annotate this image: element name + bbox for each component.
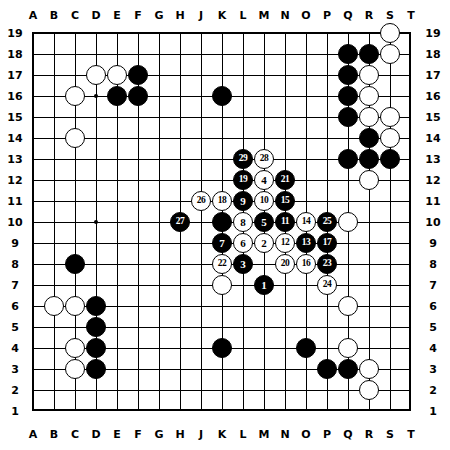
stone-white-Q10[interactable] <box>338 212 358 232</box>
stone-black-Q18[interactable] <box>338 44 358 64</box>
coord-label-right-11: 11 <box>425 195 440 208</box>
stone-black-E16[interactable] <box>107 86 127 106</box>
move-number: 26 <box>197 196 206 206</box>
coord-label-top-G: G <box>154 9 163 22</box>
stone-black-M10[interactable]: 5 <box>254 212 274 232</box>
coord-label-right-8: 8 <box>429 258 437 271</box>
stone-black-P8[interactable]: 23 <box>317 254 337 274</box>
stone-white-R17[interactable] <box>359 65 379 85</box>
move-number: 28 <box>260 154 269 164</box>
stone-black-R14[interactable] <box>359 128 379 148</box>
move-number: 5 <box>261 217 267 228</box>
coord-label-bottom-L: L <box>239 428 246 441</box>
coord-label-bottom-O: O <box>301 428 310 441</box>
stone-white-R3[interactable] <box>359 359 379 379</box>
coord-label-right-1: 1 <box>429 405 437 418</box>
coord-label-right-14: 14 <box>425 132 440 145</box>
star-point-D10 <box>94 220 98 224</box>
move-number: 21 <box>281 175 290 185</box>
coord-label-top-F: F <box>134 9 142 22</box>
move-number: 13 <box>302 238 311 248</box>
coord-label-bottom-Q: Q <box>343 428 352 441</box>
stone-white-S18[interactable] <box>380 44 400 64</box>
coord-label-bottom-G: G <box>154 428 163 441</box>
stone-white-C4[interactable] <box>65 338 85 358</box>
stone-white-N9[interactable]: 12 <box>275 233 295 253</box>
coord-label-top-R: R <box>365 9 373 22</box>
coord-label-bottom-P: P <box>323 428 331 441</box>
stone-white-C3[interactable] <box>65 359 85 379</box>
stone-white-B6[interactable] <box>44 296 64 316</box>
stone-black-P3[interactable] <box>317 359 337 379</box>
stone-black-O9[interactable]: 13 <box>296 233 316 253</box>
stone-black-R13[interactable] <box>359 149 379 169</box>
coord-label-right-9: 9 <box>429 237 437 250</box>
stone-white-Q4[interactable] <box>338 338 358 358</box>
stone-white-M11[interactable]: 10 <box>254 191 274 211</box>
coord-label-bottom-M: M <box>259 428 270 441</box>
coord-label-bottom-B: B <box>50 428 58 441</box>
coord-label-left-14: 14 <box>7 132 22 145</box>
coord-label-top-Q: Q <box>343 9 352 22</box>
coord-label-left-15: 15 <box>7 111 22 124</box>
move-number: 22 <box>218 259 227 269</box>
coord-label-left-2: 2 <box>11 384 19 397</box>
stone-black-F16[interactable] <box>128 86 148 106</box>
stone-black-P9[interactable]: 17 <box>317 233 337 253</box>
move-number: 2 <box>261 238 267 249</box>
coord-label-right-7: 7 <box>429 279 437 292</box>
coord-label-left-6: 6 <box>11 300 19 313</box>
coord-label-top-C: C <box>71 9 79 22</box>
stone-black-D4[interactable] <box>86 338 106 358</box>
stone-white-O8[interactable]: 16 <box>296 254 316 274</box>
stone-white-L10[interactable]: 8 <box>233 212 253 232</box>
coord-label-left-19: 19 <box>7 27 22 40</box>
coord-label-top-E: E <box>113 9 121 22</box>
stone-white-O10[interactable]: 14 <box>296 212 316 232</box>
coord-label-right-10: 10 <box>425 216 440 229</box>
stone-black-Q16[interactable] <box>338 86 358 106</box>
coord-label-left-11: 11 <box>7 195 22 208</box>
board-intersections[interactable]: 1234567891011121314151617181920212223242… <box>23 23 422 422</box>
coord-label-left-9: 9 <box>11 237 19 250</box>
coord-label-left-8: 8 <box>11 258 19 271</box>
move-number: 6 <box>240 238 246 249</box>
coord-label-top-O: O <box>301 9 310 22</box>
coord-label-top-L: L <box>239 9 246 22</box>
coord-label-bottom-T: T <box>407 428 415 441</box>
coord-label-top-H: H <box>175 9 184 22</box>
stone-black-H10[interactable]: 27 <box>170 212 190 232</box>
stone-black-P10[interactable]: 25 <box>317 212 337 232</box>
move-number: 24 <box>323 280 332 290</box>
coord-label-right-4: 4 <box>429 342 437 355</box>
stone-white-P7[interactable]: 24 <box>317 275 337 295</box>
coord-label-top-S: S <box>386 9 394 22</box>
move-number: 23 <box>323 259 332 269</box>
coord-label-top-T: T <box>407 9 415 22</box>
stone-white-S19[interactable] <box>380 23 400 43</box>
coord-label-right-19: 19 <box>425 27 440 40</box>
stone-white-C14[interactable] <box>65 128 85 148</box>
move-number: 16 <box>302 259 311 269</box>
star-point-D16 <box>94 94 98 98</box>
coord-label-top-J: J <box>199 9 203 22</box>
coord-label-bottom-E: E <box>113 428 121 441</box>
coord-label-bottom-R: R <box>365 428 373 441</box>
move-number: 1 <box>261 280 267 291</box>
stone-black-N12[interactable]: 21 <box>275 170 295 190</box>
move-number: 12 <box>281 238 290 248</box>
stone-black-Q13[interactable] <box>338 149 358 169</box>
go-board: 1234567891011121314151617181920212223242… <box>0 0 450 450</box>
coord-label-bottom-A: A <box>29 428 38 441</box>
coord-label-left-13: 13 <box>7 153 22 166</box>
stone-white-K8[interactable]: 22 <box>212 254 232 274</box>
move-number: 9 <box>240 196 246 207</box>
coord-label-right-2: 2 <box>429 384 437 397</box>
coord-label-bottom-F: F <box>134 428 142 441</box>
stone-white-S15[interactable] <box>380 107 400 127</box>
move-number: 20 <box>281 259 290 269</box>
coord-label-left-5: 5 <box>11 321 19 334</box>
stone-white-S14[interactable] <box>380 128 400 148</box>
coord-label-left-4: 4 <box>11 342 19 355</box>
stone-black-L13[interactable]: 29 <box>233 149 253 169</box>
move-number: 3 <box>240 259 246 270</box>
stone-white-M12[interactable]: 4 <box>254 170 274 190</box>
stone-white-R12[interactable] <box>359 170 379 190</box>
stone-black-O4[interactable] <box>296 338 316 358</box>
stone-black-N10[interactable]: 11 <box>275 212 295 232</box>
coord-label-left-12: 12 <box>7 174 22 187</box>
stone-black-D5[interactable] <box>86 317 106 337</box>
move-number: 15 <box>281 196 290 206</box>
stone-black-K10[interactable] <box>212 212 232 232</box>
move-number: 4 <box>261 175 267 186</box>
coord-label-right-5: 5 <box>429 321 437 334</box>
move-number: 19 <box>239 175 248 185</box>
stone-black-K4[interactable] <box>212 338 232 358</box>
move-number: 8 <box>240 217 246 228</box>
stone-black-L8[interactable]: 3 <box>233 254 253 274</box>
move-number: 10 <box>260 196 269 206</box>
stone-white-K11[interactable]: 18 <box>212 191 232 211</box>
coord-label-right-6: 6 <box>429 300 437 313</box>
coord-label-left-10: 10 <box>7 216 22 229</box>
move-number: 14 <box>302 217 311 227</box>
stone-black-N11[interactable]: 15 <box>275 191 295 211</box>
stone-white-M9[interactable]: 2 <box>254 233 274 253</box>
coord-label-top-N: N <box>280 9 289 22</box>
coord-label-bottom-K: K <box>218 428 227 441</box>
coord-label-right-3: 3 <box>429 363 437 376</box>
move-number: 18 <box>218 196 227 206</box>
coord-label-bottom-H: H <box>175 428 184 441</box>
coord-label-right-12: 12 <box>425 174 440 187</box>
coord-label-bottom-J: J <box>199 428 203 441</box>
stone-white-R16[interactable] <box>359 86 379 106</box>
stone-black-Q15[interactable] <box>338 107 358 127</box>
stone-white-L9[interactable]: 6 <box>233 233 253 253</box>
coord-label-top-P: P <box>323 9 331 22</box>
coord-label-left-16: 16 <box>7 90 22 103</box>
coord-label-left-18: 18 <box>7 48 22 61</box>
stone-white-Q6[interactable] <box>338 296 358 316</box>
coord-label-bottom-C: C <box>71 428 79 441</box>
stone-black-R18[interactable] <box>359 44 379 64</box>
stone-black-L12[interactable]: 19 <box>233 170 253 190</box>
coord-label-right-13: 13 <box>425 153 440 166</box>
coord-label-top-M: M <box>259 9 270 22</box>
coord-label-left-3: 3 <box>11 363 19 376</box>
stone-white-N8[interactable]: 20 <box>275 254 295 274</box>
stone-white-C16[interactable] <box>65 86 85 106</box>
stone-black-K16[interactable] <box>212 86 232 106</box>
move-number: 27 <box>176 217 185 227</box>
stone-black-S13[interactable] <box>380 149 400 169</box>
move-number: 29 <box>239 154 248 164</box>
stone-white-R2[interactable] <box>359 380 379 400</box>
stone-white-M13[interactable]: 28 <box>254 149 274 169</box>
stone-black-M7[interactable]: 1 <box>254 275 274 295</box>
stone-white-C6[interactable] <box>65 296 85 316</box>
stone-white-R15[interactable] <box>359 107 379 127</box>
coord-label-left-7: 7 <box>11 279 19 292</box>
coord-label-left-1: 1 <box>11 405 19 418</box>
coord-label-right-17: 17 <box>425 69 440 82</box>
coord-label-right-18: 18 <box>425 48 440 61</box>
stone-white-J11[interactable]: 26 <box>191 191 211 211</box>
stone-black-D6[interactable] <box>86 296 106 316</box>
coord-label-bottom-S: S <box>386 428 394 441</box>
stone-white-K7[interactable] <box>212 275 232 295</box>
coord-label-bottom-N: N <box>280 428 289 441</box>
move-number: 25 <box>323 217 332 227</box>
coord-label-bottom-D: D <box>91 428 100 441</box>
stone-white-E17[interactable] <box>107 65 127 85</box>
stone-black-D3[interactable] <box>86 359 106 379</box>
stone-black-F17[interactable] <box>128 65 148 85</box>
coord-label-top-K: K <box>218 9 227 22</box>
stone-black-C8[interactable] <box>65 254 85 274</box>
coord-label-top-D: D <box>91 9 100 22</box>
stone-black-K9[interactable]: 7 <box>212 233 232 253</box>
move-number: 17 <box>323 238 332 248</box>
stone-black-Q17[interactable] <box>338 65 358 85</box>
coord-label-right-16: 16 <box>425 90 440 103</box>
stone-black-Q3[interactable] <box>338 359 358 379</box>
stone-white-D17[interactable] <box>86 65 106 85</box>
move-number: 7 <box>219 238 225 249</box>
stone-black-L11[interactable]: 9 <box>233 191 253 211</box>
coord-label-top-B: B <box>50 9 58 22</box>
coord-label-left-17: 17 <box>7 69 22 82</box>
coord-label-right-15: 15 <box>425 111 440 124</box>
coord-label-top-A: A <box>29 9 38 22</box>
move-number: 11 <box>281 217 289 227</box>
